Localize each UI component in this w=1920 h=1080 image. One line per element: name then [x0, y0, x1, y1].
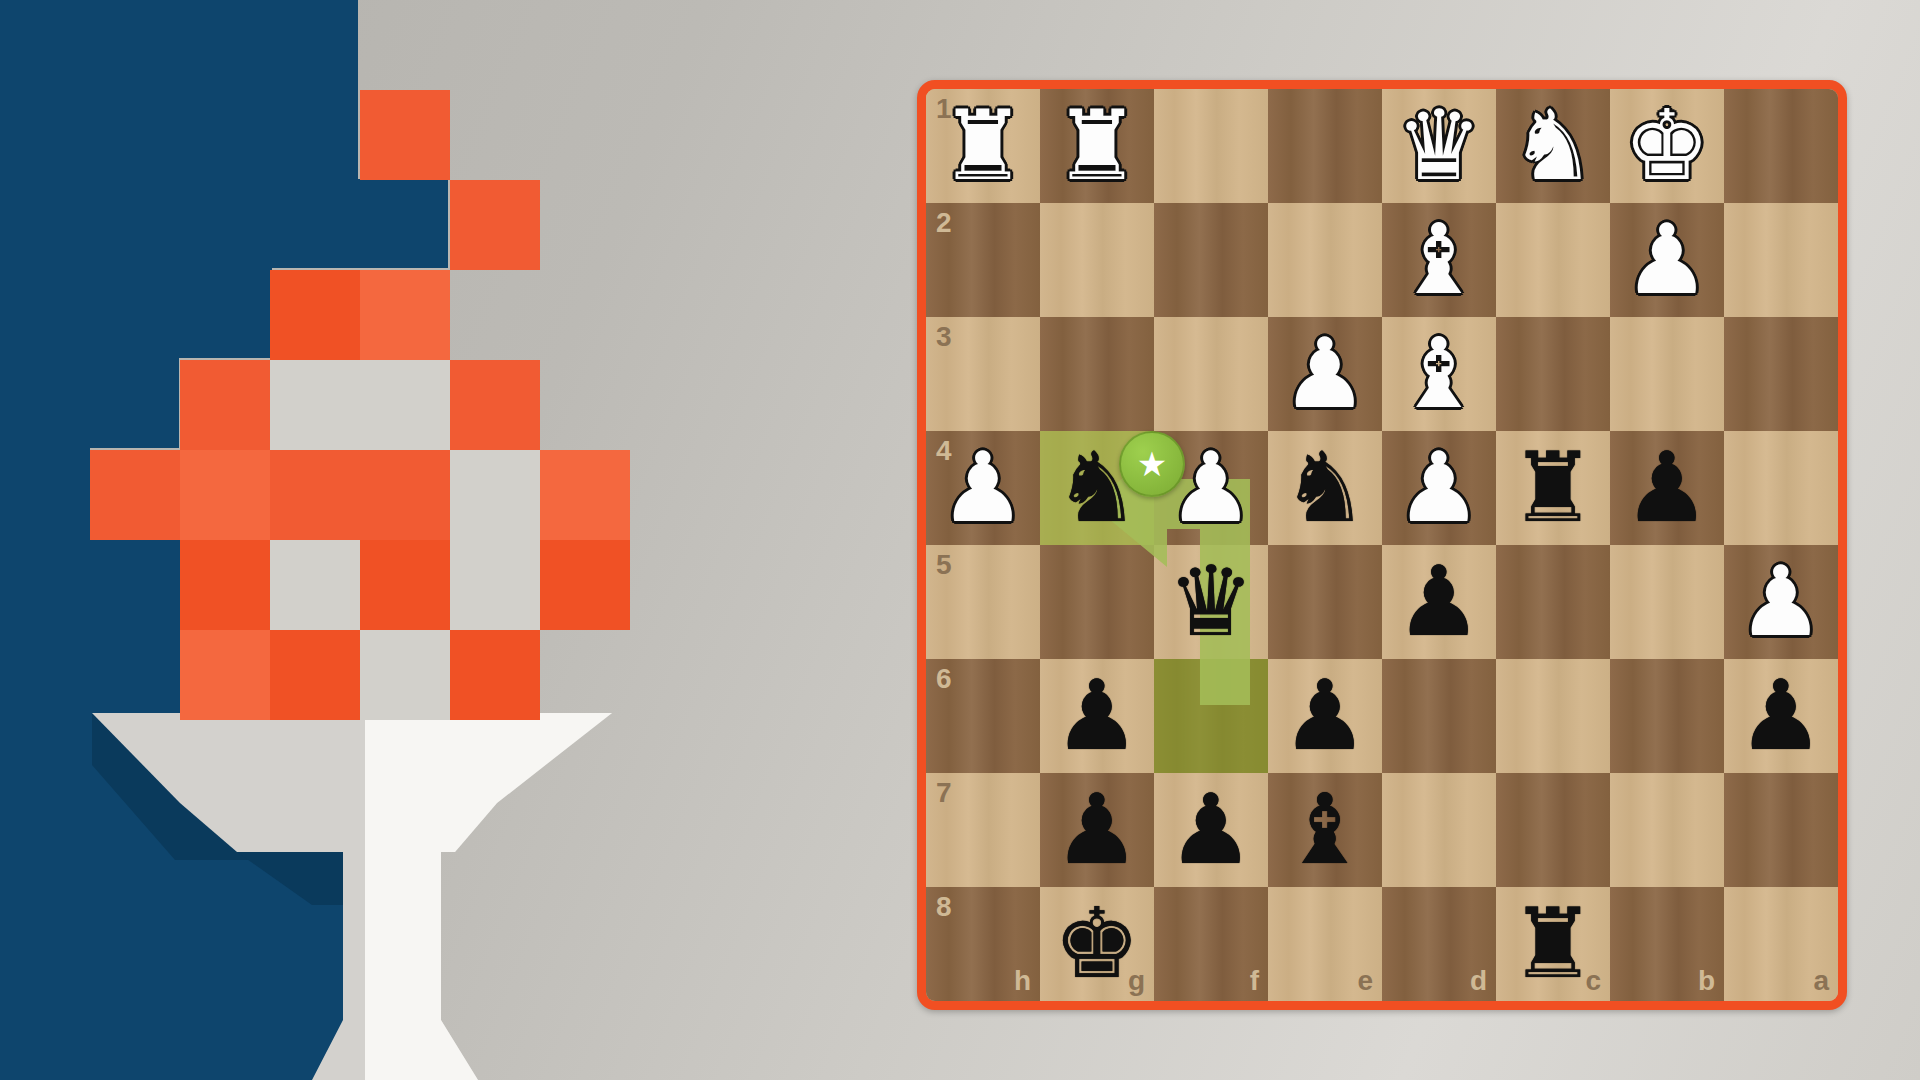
square-d5[interactable]: ♟	[1382, 545, 1496, 659]
flame-pixel	[270, 360, 360, 450]
square-f5[interactable]: ♛	[1154, 545, 1268, 659]
piece-black-pawn-g6[interactable]: ♟	[1040, 659, 1154, 773]
square-a2[interactable]	[1724, 203, 1838, 317]
piece-white-queen-d1[interactable]: ♛	[1382, 89, 1496, 203]
square-c2[interactable]	[1496, 203, 1610, 317]
file-label-f: f	[1250, 965, 1259, 997]
square-g5[interactable]	[1040, 545, 1154, 659]
square-e3[interactable]: ♟	[1268, 317, 1382, 431]
flame-pixel	[450, 360, 540, 450]
square-c4[interactable]: ♜	[1496, 431, 1610, 545]
star-icon: ★	[1137, 447, 1167, 481]
square-f7[interactable]: ♟	[1154, 773, 1268, 887]
square-d6[interactable]	[1382, 659, 1496, 773]
square-g8[interactable]: g♚	[1040, 887, 1154, 1001]
piece-black-queen-f5[interactable]: ♛	[1154, 545, 1268, 659]
file-label-d: d	[1470, 965, 1487, 997]
piece-white-pawn-h4[interactable]: ♟	[926, 431, 1040, 545]
flame-pixel	[180, 540, 270, 630]
square-g1[interactable]: ♜	[1040, 89, 1154, 203]
square-d2[interactable]: ♝	[1382, 203, 1496, 317]
piece-black-rook-c8[interactable]: ♜	[1496, 887, 1610, 1001]
square-h1[interactable]: 1♜	[926, 89, 1040, 203]
square-d7[interactable]	[1382, 773, 1496, 887]
board-grid: 1♜♜♛♞♚2♝♟3♟♝4♟♞♟♞♟♜♟5♛♟♟6♟♟♟7♟♟♝8hg♚fedc…	[926, 89, 1838, 1001]
flame-pixel	[540, 540, 630, 630]
square-g2[interactable]	[1040, 203, 1154, 317]
square-g6[interactable]: ♟	[1040, 659, 1154, 773]
piece-white-pawn-a5[interactable]: ♟	[1724, 545, 1838, 659]
best-move-star-badge: ★	[1119, 431, 1185, 497]
flame-pixel	[450, 450, 540, 540]
square-b4[interactable]: ♟	[1610, 431, 1724, 545]
square-f3[interactable]	[1154, 317, 1268, 431]
square-e5[interactable]	[1268, 545, 1382, 659]
square-f6[interactable]	[1154, 659, 1268, 773]
piece-white-bishop-d2[interactable]: ♝	[1382, 203, 1496, 317]
piece-black-pawn-e6[interactable]: ♟	[1268, 659, 1382, 773]
square-h7[interactable]: 7	[926, 773, 1040, 887]
flame-pixel	[540, 450, 630, 540]
file-label-b: b	[1698, 965, 1715, 997]
square-c3[interactable]	[1496, 317, 1610, 431]
piece-black-pawn-d5[interactable]: ♟	[1382, 545, 1496, 659]
square-b1[interactable]: ♚	[1610, 89, 1724, 203]
chess-board: 1♜♜♛♞♚2♝♟3♟♝4♟♞♟♞♟♜♟5♛♟♟6♟♟♟7♟♟♝8hg♚fedc…	[917, 80, 1847, 1010]
square-a1[interactable]	[1724, 89, 1838, 203]
flame-pixel	[450, 540, 540, 630]
file-label-e: e	[1357, 965, 1373, 997]
square-f8[interactable]: f	[1154, 887, 1268, 1001]
square-e2[interactable]	[1268, 203, 1382, 317]
square-a8[interactable]: a	[1724, 887, 1838, 1001]
piece-black-knight-e4[interactable]: ♞	[1268, 431, 1382, 545]
rank-label-5: 5	[936, 549, 952, 581]
flame-pixel	[360, 450, 450, 540]
piece-white-pawn-b2[interactable]: ♟	[1610, 203, 1724, 317]
square-h6[interactable]: 6	[926, 659, 1040, 773]
flame-pixel	[360, 630, 450, 720]
piece-black-pawn-b4[interactable]: ♟	[1610, 431, 1724, 545]
square-d4[interactable]: ♟	[1382, 431, 1496, 545]
square-f2[interactable]	[1154, 203, 1268, 317]
square-e8[interactable]: e	[1268, 887, 1382, 1001]
piece-black-rook-c4[interactable]: ♜	[1496, 431, 1610, 545]
square-a5[interactable]: ♟	[1724, 545, 1838, 659]
square-c5[interactable]	[1496, 545, 1610, 659]
square-h8[interactable]: 8h	[926, 887, 1040, 1001]
rank-label-6: 6	[936, 663, 952, 695]
square-b5[interactable]	[1610, 545, 1724, 659]
square-a4[interactable]	[1724, 431, 1838, 545]
square-h4[interactable]: 4♟	[926, 431, 1040, 545]
piece-black-pawn-f7[interactable]: ♟	[1154, 773, 1268, 887]
square-c7[interactable]	[1496, 773, 1610, 887]
piece-black-pawn-a6[interactable]: ♟	[1724, 659, 1838, 773]
flame-pixel	[270, 270, 360, 360]
square-h5[interactable]: 5	[926, 545, 1040, 659]
flame-pixel	[450, 630, 540, 720]
file-label-a: a	[1813, 965, 1829, 997]
flame-pixel	[180, 360, 270, 450]
flame-pixel	[270, 450, 360, 540]
flame-pixel	[180, 450, 270, 540]
piece-white-rook-g1[interactable]: ♜	[1040, 89, 1154, 203]
square-d8[interactable]: d	[1382, 887, 1496, 1001]
square-h2[interactable]: 2	[926, 203, 1040, 317]
square-e4[interactable]: ♞	[1268, 431, 1382, 545]
square-c6[interactable]	[1496, 659, 1610, 773]
square-b2[interactable]: ♟	[1610, 203, 1724, 317]
rank-label-8: 8	[936, 891, 952, 923]
square-e1[interactable]	[1268, 89, 1382, 203]
flame-pixel	[360, 360, 450, 450]
square-b6[interactable]	[1610, 659, 1724, 773]
square-b3[interactable]	[1610, 317, 1724, 431]
square-b7[interactable]	[1610, 773, 1724, 887]
square-e7[interactable]: ♝	[1268, 773, 1382, 887]
piece-white-pawn-d4[interactable]: ♟	[1382, 431, 1496, 545]
square-f1[interactable]	[1154, 89, 1268, 203]
square-g3[interactable]	[1040, 317, 1154, 431]
square-c1[interactable]: ♞	[1496, 89, 1610, 203]
flame-pixel	[360, 270, 450, 360]
rank-label-7: 7	[936, 777, 952, 809]
piece-black-pawn-g7[interactable]: ♟	[1040, 773, 1154, 887]
square-b8[interactable]: b	[1610, 887, 1724, 1001]
piece-white-knight-c1[interactable]: ♞	[1496, 89, 1610, 203]
flame-pixel	[180, 630, 270, 720]
square-h3[interactable]: 3	[926, 317, 1040, 431]
highlight-f6	[1154, 659, 1268, 773]
square-e6[interactable]: ♟	[1268, 659, 1382, 773]
flame-pixel	[360, 540, 450, 630]
square-d1[interactable]: ♛	[1382, 89, 1496, 203]
flame-pixel	[360, 90, 450, 180]
flame-pixel	[270, 630, 360, 720]
square-d3[interactable]: ♝	[1382, 317, 1496, 431]
square-g7[interactable]: ♟	[1040, 773, 1154, 887]
flame-pixel	[90, 450, 180, 540]
square-c8[interactable]: c♜	[1496, 887, 1610, 1001]
file-label-h: h	[1014, 965, 1031, 997]
piece-white-king-b1[interactable]: ♚	[1610, 89, 1724, 203]
rank-label-2: 2	[936, 207, 952, 239]
piece-black-king-g8[interactable]: ♚	[1040, 887, 1154, 1001]
piece-white-pawn-e3[interactable]: ♟	[1268, 317, 1382, 431]
piece-white-rook-h1[interactable]: ♜	[926, 89, 1040, 203]
piece-black-bishop-e7[interactable]: ♝	[1268, 773, 1382, 887]
square-a6[interactable]: ♟	[1724, 659, 1838, 773]
flame-pixel	[270, 540, 360, 630]
square-a3[interactable]	[1724, 317, 1838, 431]
piece-white-bishop-d3[interactable]: ♝	[1382, 317, 1496, 431]
flame-pixel	[450, 180, 540, 270]
square-a7[interactable]	[1724, 773, 1838, 887]
rank-label-3: 3	[936, 321, 952, 353]
torch-logo	[0, 0, 744, 1080]
